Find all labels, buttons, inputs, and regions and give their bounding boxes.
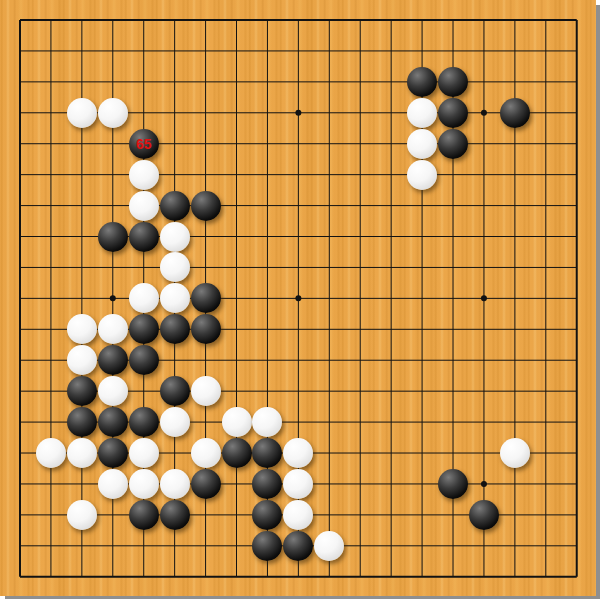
black-stone bbox=[407, 67, 437, 97]
white-stone bbox=[98, 376, 128, 406]
black-stone bbox=[98, 345, 128, 375]
white-stone bbox=[500, 438, 530, 468]
white-stone bbox=[407, 98, 437, 128]
white-stone bbox=[36, 438, 66, 468]
white-stone bbox=[283, 500, 313, 530]
black-stone bbox=[438, 98, 468, 128]
white-stone bbox=[222, 407, 252, 437]
white-stone bbox=[314, 531, 344, 561]
black-stone bbox=[98, 222, 128, 252]
go-board[interactable]: 65 bbox=[0, 0, 596, 596]
white-stone bbox=[98, 469, 128, 499]
black-stone bbox=[98, 438, 128, 468]
go-board-screenshot: 65 bbox=[0, 0, 600, 599]
black-stone bbox=[191, 191, 221, 221]
black-stone bbox=[438, 67, 468, 97]
move-number-label: 65 bbox=[136, 137, 152, 151]
black-stone: 65 bbox=[129, 129, 159, 159]
white-stone bbox=[283, 438, 313, 468]
black-stone bbox=[252, 438, 282, 468]
white-stone bbox=[67, 98, 97, 128]
star-point bbox=[295, 110, 301, 116]
black-stone bbox=[222, 438, 252, 468]
white-stone bbox=[129, 283, 159, 313]
white-stone bbox=[160, 252, 190, 282]
black-stone bbox=[438, 469, 468, 499]
black-stone bbox=[160, 500, 190, 530]
white-stone bbox=[129, 191, 159, 221]
star-point bbox=[110, 295, 116, 301]
black-stone bbox=[129, 500, 159, 530]
white-stone bbox=[160, 222, 190, 252]
white-stone bbox=[129, 160, 159, 190]
black-stone bbox=[160, 376, 190, 406]
black-stone bbox=[438, 129, 468, 159]
star-point bbox=[481, 481, 487, 487]
board-shadow-right-edge bbox=[596, 5, 600, 599]
white-stone bbox=[129, 469, 159, 499]
white-stone bbox=[283, 469, 313, 499]
black-stone bbox=[160, 314, 190, 344]
white-stone bbox=[160, 407, 190, 437]
white-stone bbox=[98, 98, 128, 128]
white-stone bbox=[252, 407, 282, 437]
black-stone bbox=[252, 500, 282, 530]
white-stone bbox=[67, 314, 97, 344]
white-stone bbox=[160, 283, 190, 313]
black-stone bbox=[129, 345, 159, 375]
white-stone bbox=[191, 376, 221, 406]
black-stone bbox=[129, 314, 159, 344]
black-stone bbox=[67, 376, 97, 406]
black-stone bbox=[129, 222, 159, 252]
black-stone bbox=[160, 191, 190, 221]
star-point bbox=[295, 295, 301, 301]
black-stone bbox=[252, 469, 282, 499]
black-stone bbox=[191, 469, 221, 499]
white-stone bbox=[67, 345, 97, 375]
black-stone bbox=[98, 407, 128, 437]
star-point bbox=[481, 110, 487, 116]
white-stone bbox=[98, 314, 128, 344]
white-stone bbox=[407, 129, 437, 159]
white-stone bbox=[129, 438, 159, 468]
black-stone bbox=[283, 531, 313, 561]
black-stone bbox=[500, 98, 530, 128]
black-stone bbox=[191, 283, 221, 313]
white-stone bbox=[67, 438, 97, 468]
black-stone bbox=[191, 314, 221, 344]
white-stone bbox=[191, 438, 221, 468]
black-stone bbox=[252, 531, 282, 561]
star-point bbox=[481, 295, 487, 301]
black-stone bbox=[129, 407, 159, 437]
white-stone bbox=[407, 160, 437, 190]
black-stone bbox=[67, 407, 97, 437]
white-stone bbox=[160, 469, 190, 499]
white-stone bbox=[67, 500, 97, 530]
black-stone bbox=[469, 500, 499, 530]
